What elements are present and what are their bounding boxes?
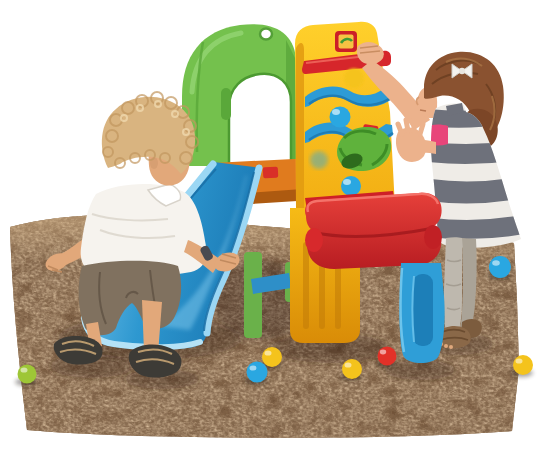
girl-mouth [420, 110, 426, 111]
photo-stage [0, 0, 550, 450]
ground-ball-blue-1 [247, 362, 268, 383]
rear-green-post [244, 252, 262, 338]
panel-ball-blur-blue [310, 151, 328, 169]
ground-ball-yellow-2 [342, 359, 362, 379]
panel-ball-bottom [341, 176, 361, 196]
panel-ball-rolling-highlight [332, 109, 340, 115]
bow-knot [459, 68, 465, 74]
arch-opening [229, 74, 291, 166]
ground-ball-green [18, 365, 37, 384]
arch-slot [221, 88, 231, 120]
tray-corner-right [424, 225, 442, 249]
ground-ball-blue-2 [489, 256, 511, 278]
panel-ball-bottom-highlight [343, 179, 351, 185]
tray-corner-left [305, 228, 323, 252]
brand-logo [335, 31, 357, 52]
tray-leg-channel [413, 274, 433, 346]
ground-ball-yellow-3 [513, 355, 533, 375]
panel-ball-blur-yellow [344, 68, 364, 88]
ground-ball-yellow-1 [262, 347, 282, 367]
ground-ball-red [378, 347, 397, 366]
arch-peep-hole [260, 29, 272, 40]
platform-red-knob [263, 167, 279, 179]
scene-svg [0, 0, 550, 450]
panel-ball-rolling [330, 107, 351, 128]
